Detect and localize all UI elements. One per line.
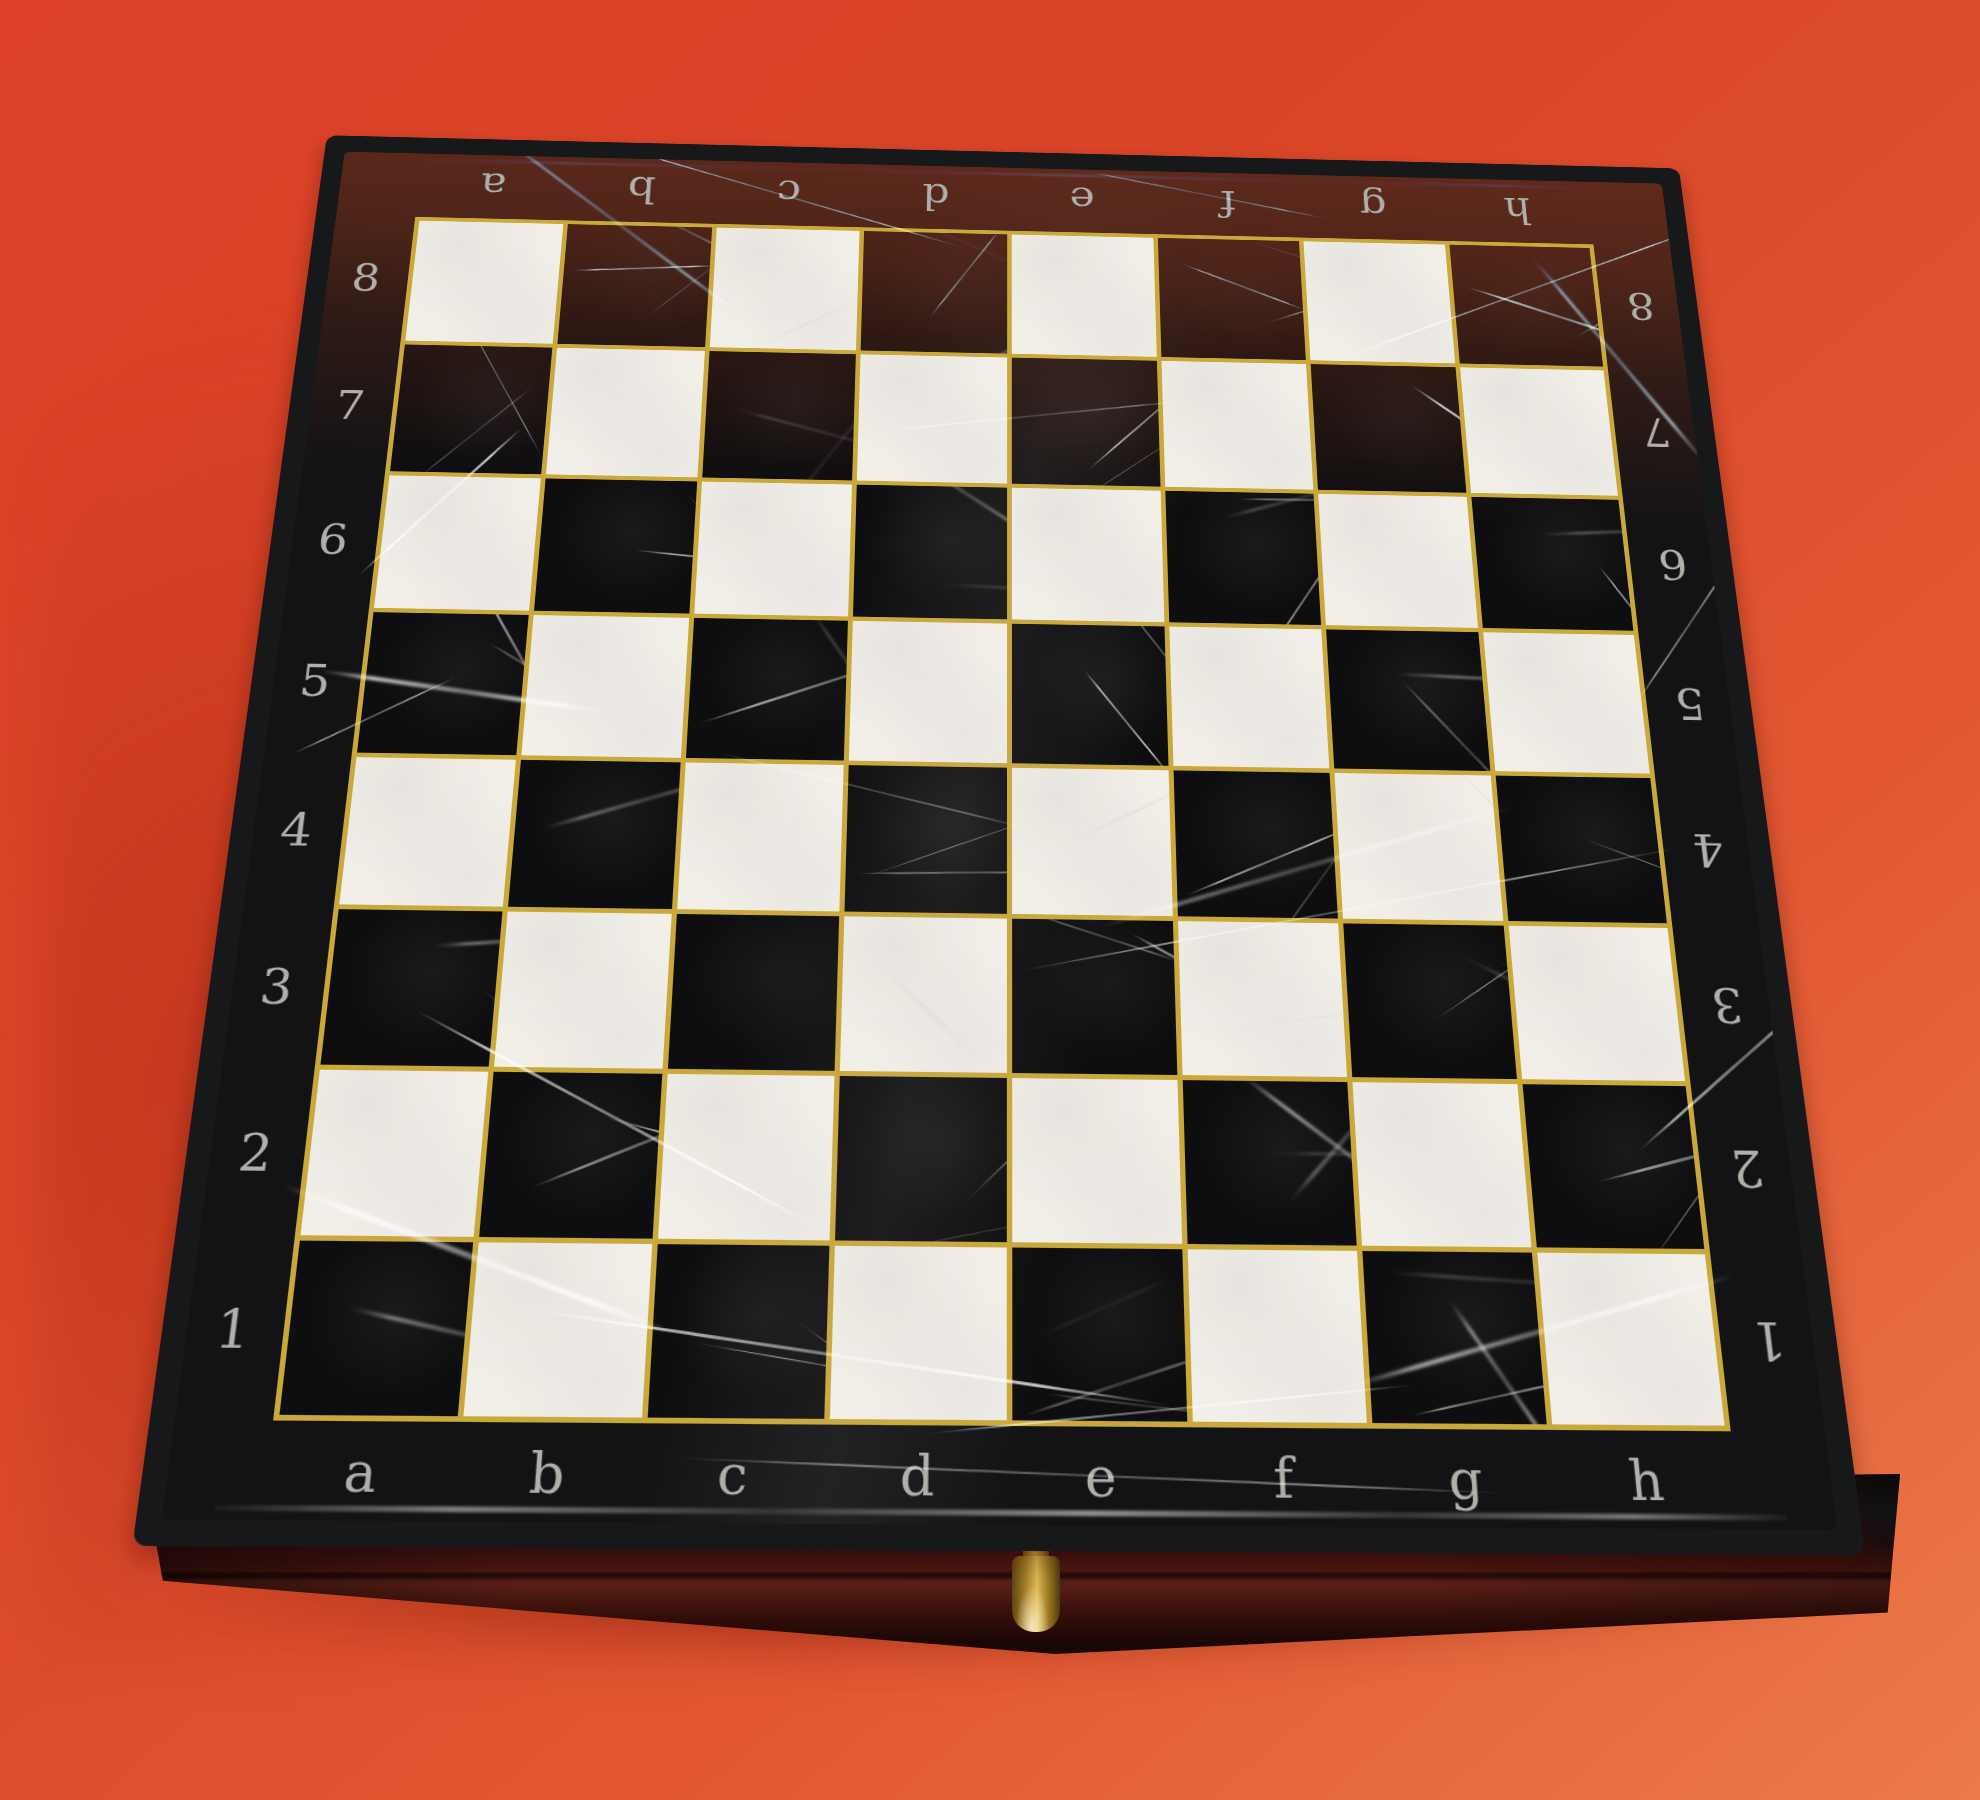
marble-vein [486,641,529,713]
rank-label-left-1: 1 [177,1239,288,1421]
square-g1[interactable] [1363,1251,1547,1425]
background: abcdefgh abcdefgh 87654321 87654321 [0,0,1980,1800]
square-c1[interactable] [647,1244,829,1419]
square-e7[interactable] [1011,358,1160,487]
rank-label-right-5: 5 [1644,633,1737,777]
marble-vein [1464,285,1603,349]
square-a1[interactable] [279,1240,473,1416]
marble-vein [1083,669,1168,765]
square-e8[interactable] [1011,234,1156,357]
marble-vein [1267,795,1338,918]
marble-vein [899,231,1006,306]
marble-vein [1394,673,1490,688]
marble-vein [1081,382,1160,486]
marble-vein [771,382,856,481]
marble-vein [1449,1301,1546,1425]
square-d6[interactable] [853,484,1007,619]
square-f1[interactable] [1188,1249,1368,1423]
marble-vein [1624,1084,1705,1123]
marble-vein [1648,1084,1704,1248]
marble-vein [856,871,1006,875]
marble-vein [649,726,689,757]
board-grid [273,217,1731,1431]
square-d8[interactable] [861,231,1007,354]
rank-label-left-2: 2 [201,1068,308,1240]
square-b8[interactable] [558,224,712,347]
rank-label-right-6: 6 [1628,497,1718,634]
marble-vein [823,1281,829,1419]
marble-vein [830,762,844,855]
square-c3[interactable] [668,914,840,1071]
square-g2[interactable] [1353,1082,1531,1247]
marble-vein [1590,698,1650,773]
square-a6[interactable] [374,475,541,611]
marble-vein [1385,1272,1546,1293]
marble-vein [1597,564,1634,631]
square-b1[interactable] [464,1242,652,1418]
square-f7[interactable] [1161,361,1313,489]
marble-vein [1051,767,1173,852]
square-f3[interactable] [1178,921,1347,1077]
marble-vein [1404,425,1466,492]
square-e2[interactable] [1012,1078,1182,1243]
marble-vein [1417,512,1477,605]
marble-vein [1574,245,1603,340]
marble-vein [1265,1153,1357,1157]
marble-vein [1412,1378,1546,1416]
marble-vein [482,612,529,733]
square-h3[interactable] [1508,926,1685,1082]
square-e1[interactable] [1012,1247,1187,1421]
square-h7[interactable] [1460,368,1618,496]
marble-vein [1538,526,1633,535]
square-g6[interactable] [1318,494,1477,628]
marble-vein [432,933,503,947]
board-perspective-wrapper: abcdefgh abcdefgh 87654321 87654321 [132,135,1865,1556]
marble-vein [939,583,1007,600]
rank-label-left-3: 3 [224,906,327,1069]
marble-vein [1456,954,1517,1060]
marble-vein [740,295,860,351]
square-f6[interactable] [1165,491,1321,626]
marble-vein [625,967,672,1056]
marble-vein [1400,679,1490,770]
square-e5[interactable] [1011,624,1168,766]
marble-vein [458,1070,489,1184]
marble-vein [1583,838,1667,908]
marble-vein [955,305,1007,354]
marble-vein [1035,919,1177,963]
marble-vein [462,345,543,458]
marble-vein [1600,1121,1705,1182]
marble-vein [725,406,856,470]
square-b6[interactable] [534,478,697,613]
square-b4[interactable] [508,759,680,909]
rank-label-right-2: 2 [1697,1085,1800,1254]
rank-label-left-8: 8 [321,215,409,341]
marble-vein [605,1116,662,1196]
square-c2[interactable] [658,1074,835,1240]
marble-vein [1033,1275,1178,1340]
square-d2[interactable] [835,1076,1006,1242]
square-a8[interactable] [405,221,563,344]
square-b7[interactable] [546,348,704,477]
square-a2[interactable] [301,1070,489,1237]
square-a4[interactable] [339,757,516,907]
drawer-knob-body [1012,1556,1060,1632]
marble-vein [1224,491,1321,519]
square-c4[interactable] [677,762,844,911]
marble-vein [530,1082,662,1189]
marble-vein [1237,682,1330,768]
square-a5[interactable] [357,612,529,754]
square-c7[interactable] [702,351,856,480]
square-e6[interactable] [1011,488,1164,623]
marble-vein [1102,624,1168,766]
rank-label-right-4: 4 [1661,776,1757,928]
marble-vein [1230,238,1306,318]
marble-vein [394,1308,473,1417]
marble-vein [819,914,839,1016]
rank-label-left-5: 5 [266,608,363,754]
square-h1[interactable] [1537,1252,1725,1425]
square-b5[interactable] [522,615,689,757]
square-f8[interactable] [1158,238,1306,361]
marble-vein [928,231,1003,318]
marble-vein [1178,262,1306,312]
marble-vein [1655,841,1666,923]
marble-vein [897,1192,1007,1242]
marble-vein [1220,989,1347,1031]
marble-vein [1044,1392,1187,1418]
marble-vein [634,549,697,571]
marble-vein [691,478,697,549]
square-h4[interactable] [1495,775,1667,923]
marble-vein [1186,825,1338,896]
square-c5[interactable] [686,618,848,760]
square-h5[interactable] [1483,632,1650,773]
square-d3[interactable] [840,916,1006,1073]
square-g8[interactable] [1304,241,1455,363]
rank-label-right-1: 1 [1717,1253,1823,1432]
marble-vein [796,1321,830,1419]
marble-vein [963,1076,1006,1204]
square-d5[interactable] [849,621,1007,763]
marble-vein [866,781,1006,877]
square-e4[interactable] [1011,767,1172,916]
marble-vein [415,384,537,474]
square-f2[interactable] [1183,1080,1357,1245]
marble-board-surface: abcdefgh abcdefgh 87654321 87654321 [162,152,1838,1530]
square-h8[interactable] [1449,245,1603,367]
square-c8[interactable] [710,228,860,351]
marble-vein [1288,1080,1357,1203]
rank-label-left-7: 7 [304,340,395,472]
square-d7[interactable] [857,355,1007,484]
square-b2[interactable] [480,1072,662,1238]
square-f5[interactable] [1169,627,1329,768]
square-g5[interactable] [1326,630,1490,771]
square-f4[interactable] [1173,770,1338,919]
square-e3[interactable] [1012,919,1178,1076]
square-a3[interactable] [320,909,502,1067]
marble-vein [541,765,680,830]
marble-vein [1409,384,1466,493]
rank-label-right-8: 8 [1599,245,1684,370]
marble-vein [897,484,1007,542]
marble-vein [613,224,712,269]
square-b3[interactable] [494,911,671,1069]
square-a7[interactable] [390,345,553,474]
marble-vein [696,1342,829,1397]
marble-vein [1131,932,1178,1016]
square-g7[interactable] [1311,364,1466,492]
marble-vein [699,632,849,725]
marble-vein [1240,1080,1357,1235]
marble-vein [1023,1350,1187,1418]
marble-vein [1087,358,1160,471]
chess-board-box-lid: abcdefgh abcdefgh 87654321 87654321 [132,135,1865,1556]
marble-vein [348,1307,474,1363]
square-c6[interactable] [694,481,852,616]
marble-vein [870,953,986,1067]
square-h2[interactable] [1522,1084,1704,1248]
marble-vein [1424,773,1503,878]
rank-label-right-3: 3 [1678,926,1777,1086]
square-d4[interactable] [845,765,1007,914]
marble-vein [913,648,1007,763]
marble-vein [1239,498,1322,502]
marble-vein [1240,498,1322,625]
marble-vein [1569,245,1603,267]
square-h6[interactable] [1471,497,1633,631]
marble-vein [644,231,712,319]
marble-vein [570,264,712,271]
square-g3[interactable] [1344,923,1517,1079]
marble-vein [1266,273,1306,323]
marble-vein [600,1121,662,1238]
rank-label-right-7: 7 [1613,368,1701,499]
marble-vein [1431,923,1516,1022]
rank-label-left-6: 6 [286,470,380,609]
square-d1[interactable] [830,1245,1006,1420]
marble-vein [803,618,848,760]
square-g4[interactable] [1335,773,1503,921]
rank-label-left-4: 4 [246,753,346,907]
